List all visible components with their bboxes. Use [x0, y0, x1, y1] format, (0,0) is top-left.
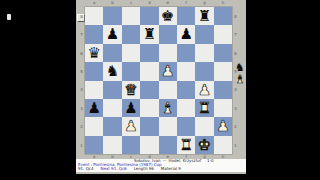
- rank-label-4: 4: [79, 81, 84, 99]
- file-label-a: a: [85, 0, 103, 6]
- rank-label-1: 1: [233, 136, 238, 154]
- file-label-g: g: [195, 0, 213, 6]
- square-c1: [122, 136, 140, 154]
- square-f8: [177, 7, 195, 25]
- square-e1: [159, 136, 177, 154]
- white-king: ♚: [198, 136, 211, 154]
- square-e6: [159, 44, 177, 62]
- square-d5: [140, 62, 158, 80]
- square-d7: ♜: [140, 25, 158, 43]
- white-rook: ♜: [198, 99, 211, 117]
- square-c3: ♟: [122, 99, 140, 117]
- material-tray: ♞ ♝: [234, 62, 246, 86]
- black-queen: ♛: [87, 44, 100, 62]
- file-label-e: e: [159, 0, 177, 6]
- square-a8: [85, 7, 103, 25]
- square-h6: [214, 44, 232, 62]
- square-f1: ♜: [177, 136, 195, 154]
- square-g2: [195, 117, 213, 135]
- square-h2: ♟: [214, 117, 232, 135]
- square-h3: [214, 99, 232, 117]
- rank-label-8: 8: [233, 7, 238, 25]
- rank-label-8: 8: [79, 7, 84, 25]
- square-d6: [140, 44, 158, 62]
- square-e4: [159, 81, 177, 99]
- square-d8: [140, 7, 158, 25]
- square-e7: [159, 25, 177, 43]
- square-c8: [122, 7, 140, 25]
- black-player-name: Hodel, Krzysztof: [169, 159, 201, 163]
- square-f5: [177, 62, 195, 80]
- rank-label-5: 5: [79, 62, 84, 80]
- square-g8: ♜: [195, 7, 213, 25]
- square-f7: ♟: [177, 25, 195, 43]
- square-d4: [140, 81, 158, 99]
- square-h5: [214, 62, 232, 80]
- next-move: Next 91. Qc6: [101, 166, 127, 171]
- letterbox-artifact: [7, 14, 11, 20]
- board: ♚♜♟♜♟♛♞♟♛♟♟♟♝♜♟♟♜♚: [85, 7, 232, 154]
- file-label-d: d: [140, 0, 158, 6]
- white-pawn: ♟: [124, 117, 137, 135]
- black-pawn: ♟: [124, 99, 137, 117]
- square-a2: [85, 117, 103, 135]
- black-rook: ♜: [198, 7, 211, 25]
- rank-label-7: 7: [233, 25, 238, 43]
- square-a6: ♛: [85, 44, 103, 62]
- square-d2: [140, 117, 158, 135]
- square-g6: [195, 44, 213, 62]
- material-balance: Material 9: [161, 166, 181, 171]
- game-length: Length 96: [134, 166, 154, 171]
- square-h7: [214, 25, 232, 43]
- file-label-f: f: [177, 0, 195, 6]
- white-rook: ♜: [179, 136, 192, 154]
- square-c5: [122, 62, 140, 80]
- square-g5: [195, 62, 213, 80]
- square-c4: ♛: [122, 81, 140, 99]
- square-e2: [159, 117, 177, 135]
- caption-strip: Sokolov, Ivan—Hodel, Krzysztof1-0 Event …: [76, 159, 246, 172]
- square-g4: ♟: [195, 81, 213, 99]
- white-queen: ♛: [124, 81, 137, 99]
- square-a3: ♟: [85, 99, 103, 117]
- rank-label-3: 3: [79, 99, 84, 117]
- black-pawn: ♟: [179, 25, 192, 43]
- square-b5: ♞: [103, 62, 121, 80]
- square-f2: [177, 117, 195, 135]
- white-pawn: ♟: [198, 81, 211, 99]
- video-frame: abcdefgh abcdefgh 87654321 87654321 ♚♜♟♜…: [0, 0, 320, 180]
- square-g3: ♜: [195, 99, 213, 117]
- square-b6: [103, 44, 121, 62]
- square-a4: [85, 81, 103, 99]
- rank-label-6: 6: [79, 44, 84, 62]
- file-label-b: b: [103, 0, 121, 6]
- white-bishop-icon: ♝: [235, 74, 245, 86]
- square-b8: [103, 7, 121, 25]
- rank-label-2: 2: [233, 117, 238, 135]
- square-d1: [140, 136, 158, 154]
- square-f6: [177, 44, 195, 62]
- square-f3: [177, 99, 195, 117]
- black-pawn: ♟: [106, 25, 119, 43]
- square-c2: ♟: [122, 117, 140, 135]
- file-label-h: h: [214, 0, 232, 6]
- square-b2: [103, 117, 121, 135]
- rank-label-1: 1: [79, 136, 84, 154]
- white-pawn: ♟: [216, 117, 229, 135]
- black-rook: ♜: [143, 25, 156, 43]
- white-pawn: ♟: [161, 62, 174, 80]
- move-info-line: 91. Qc4Next 91. Qc6Length 96Material 9: [76, 167, 246, 171]
- chess-gui-panel: abcdefgh abcdefgh 87654321 87654321 ♚♜♟♜…: [76, 0, 246, 174]
- file-label-c: c: [122, 0, 140, 6]
- square-c7: [122, 25, 140, 43]
- game-result: 1-0: [207, 159, 214, 163]
- black-knight: ♞: [106, 62, 119, 80]
- players-separator: —: [163, 159, 167, 163]
- square-b1: [103, 136, 121, 154]
- rank-label-2: 2: [79, 117, 84, 135]
- rank-label-6: 6: [233, 44, 238, 62]
- square-e5: ♟: [159, 62, 177, 80]
- square-h1: [214, 136, 232, 154]
- square-a1: [85, 136, 103, 154]
- square-e3: ♝: [159, 99, 177, 117]
- black-pawn: ♟: [87, 99, 100, 117]
- square-g7: [195, 25, 213, 43]
- rank-labels-left: 87654321: [79, 7, 84, 154]
- square-b7: ♟: [103, 25, 121, 43]
- move-played: 91. Qc4: [78, 166, 94, 171]
- rank-label-7: 7: [79, 25, 84, 43]
- square-b4: [103, 81, 121, 99]
- square-e8: ♚: [159, 7, 177, 25]
- square-d3: [140, 99, 158, 117]
- square-h8: [214, 7, 232, 25]
- square-a5: [85, 62, 103, 80]
- white-bishop: ♝: [161, 99, 174, 117]
- square-b3: [103, 99, 121, 117]
- square-g1: ♚: [195, 136, 213, 154]
- square-c6: [122, 44, 140, 62]
- square-f4: [177, 81, 195, 99]
- black-king: ♚: [161, 7, 174, 25]
- square-h4: [214, 81, 232, 99]
- square-a7: [85, 25, 103, 43]
- rank-label-3: 3: [233, 99, 238, 117]
- file-labels-top: abcdefgh: [85, 0, 232, 6]
